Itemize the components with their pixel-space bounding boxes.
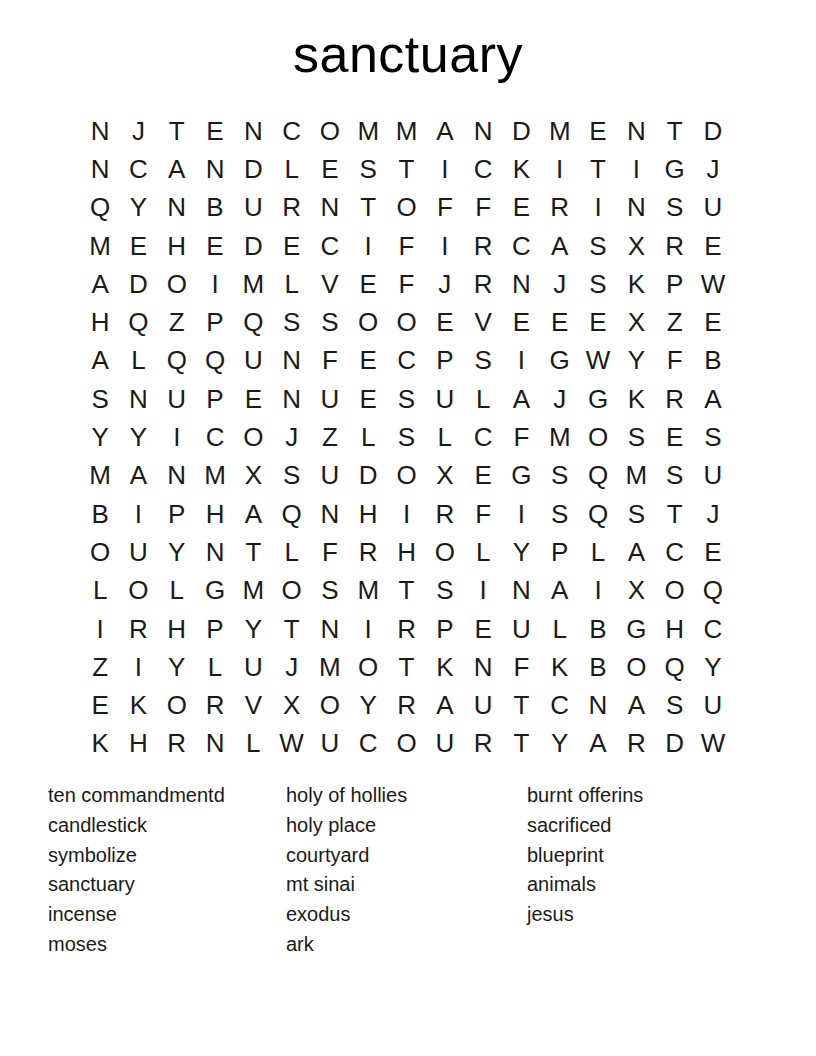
grid-cell[interactable]: J — [426, 265, 464, 303]
grid-cell[interactable]: E — [694, 533, 732, 571]
grid-cell[interactable]: H — [119, 725, 157, 763]
grid-cell[interactable]: S — [349, 150, 387, 188]
grid-cell[interactable]: G — [579, 380, 617, 418]
grid-cell[interactable]: T — [349, 189, 387, 227]
grid-cell[interactable]: M — [541, 112, 579, 150]
grid-cell[interactable]: Z — [158, 303, 196, 341]
grid-cell[interactable]: E — [196, 112, 234, 150]
grid-cell[interactable]: B — [196, 189, 234, 227]
grid-cell[interactable]: P — [196, 380, 234, 418]
grid-cell[interactable]: C — [502, 227, 540, 265]
word-list-column: burnt offerinssacrificedblueprintanimals… — [527, 781, 643, 930]
grid-cell[interactable]: Q — [196, 342, 234, 380]
grid-cell[interactable]: K — [541, 648, 579, 686]
grid-cell[interactable]: X — [617, 227, 655, 265]
grid-cell[interactable]: J — [272, 648, 310, 686]
grid-cell[interactable]: G — [655, 150, 693, 188]
grid-cell[interactable]: B — [579, 648, 617, 686]
grid-cell[interactable]: Y — [617, 342, 655, 380]
grid-cell[interactable]: Z — [311, 418, 349, 456]
grid-cell[interactable]: R — [464, 227, 502, 265]
grid-cell[interactable]: K — [502, 150, 540, 188]
grid-cell[interactable]: R — [426, 495, 464, 533]
grid-cell[interactable]: I — [426, 150, 464, 188]
grid-cell[interactable]: N — [196, 150, 234, 188]
grid-cell[interactable]: O — [349, 648, 387, 686]
grid-cell[interactable]: O — [158, 265, 196, 303]
grid-cell[interactable]: A — [541, 227, 579, 265]
grid-cell[interactable]: S — [272, 303, 310, 341]
grid-cell[interactable]: F — [426, 189, 464, 227]
grid-cell[interactable]: Z — [81, 648, 119, 686]
grid-cell[interactable]: T — [234, 533, 272, 571]
grid-cell[interactable]: S — [655, 189, 693, 227]
grid-cell[interactable]: A — [541, 572, 579, 610]
grid-cell[interactable]: I — [81, 610, 119, 648]
grid-cell[interactable]: N — [234, 112, 272, 150]
grid-cell[interactable]: T — [158, 112, 196, 150]
grid-cell[interactable]: P — [426, 342, 464, 380]
grid-cell[interactable]: M — [81, 227, 119, 265]
grid-cell[interactable]: I — [387, 495, 425, 533]
grid-cell[interactable]: E — [81, 686, 119, 724]
grid-cell[interactable]: S — [541, 457, 579, 495]
grid-cell[interactable]: U — [694, 189, 732, 227]
grid-cell[interactable]: U — [502, 610, 540, 648]
grid-cell[interactable]: N — [158, 457, 196, 495]
grid-cell[interactable]: U — [694, 686, 732, 724]
grid-cell[interactable]: O — [655, 572, 693, 610]
grid-cell[interactable]: O — [387, 303, 425, 341]
grid-cell[interactable]: D — [234, 150, 272, 188]
grid-cell[interactable]: J — [694, 495, 732, 533]
grid-cell[interactable]: L — [234, 725, 272, 763]
grid-cell[interactable]: S — [272, 457, 310, 495]
grid-cell[interactable]: H — [349, 495, 387, 533]
grid-cell[interactable]: Y — [119, 189, 157, 227]
grid-cell[interactable]: R — [655, 380, 693, 418]
grid-cell[interactable]: Q — [694, 572, 732, 610]
grid-cell[interactable]: X — [617, 303, 655, 341]
grid-cell[interactable]: L — [272, 265, 310, 303]
grid-cell[interactable]: U — [234, 342, 272, 380]
grid-cell[interactable]: Y — [119, 418, 157, 456]
grid-cell[interactable]: N — [311, 610, 349, 648]
grid-cell[interactable]: F — [311, 342, 349, 380]
word-list-column: ten commandmentdcandlesticksymbolizesanc… — [48, 781, 225, 960]
grid-cell[interactable]: A — [426, 686, 464, 724]
grid-cell[interactable]: L — [81, 572, 119, 610]
grid-cell[interactable]: M — [541, 418, 579, 456]
grid-cell[interactable]: O — [311, 686, 349, 724]
grid-cell[interactable]: U — [426, 725, 464, 763]
grid-cell[interactable]: U — [426, 380, 464, 418]
grid-cell[interactable]: T — [387, 150, 425, 188]
grid-cell[interactable]: Y — [694, 648, 732, 686]
grid-cell[interactable]: E — [464, 610, 502, 648]
grid-cell[interactable]: L — [426, 418, 464, 456]
grid-cell[interactable]: N — [119, 380, 157, 418]
grid-cell[interactable]: N — [464, 648, 502, 686]
grid-cell[interactable]: E — [119, 227, 157, 265]
grid-cell[interactable]: D — [234, 227, 272, 265]
grid-cell[interactable]: I — [196, 265, 234, 303]
word-list-item: jesus — [527, 900, 643, 930]
grid-cell[interactable]: Y — [158, 533, 196, 571]
grid-cell[interactable]: N — [579, 686, 617, 724]
grid-cell[interactable]: A — [81, 265, 119, 303]
grid-cell[interactable]: X — [617, 572, 655, 610]
grid-cell[interactable]: Y — [81, 418, 119, 456]
grid-cell[interactable]: O — [426, 533, 464, 571]
grid-cell[interactable]: W — [694, 265, 732, 303]
grid-cell[interactable]: P — [196, 303, 234, 341]
grid-cell[interactable]: A — [81, 342, 119, 380]
grid-cell[interactable]: R — [349, 533, 387, 571]
grid-cell[interactable]: B — [81, 495, 119, 533]
grid-cell[interactable]: C — [541, 686, 579, 724]
grid-cell[interactable]: A — [502, 380, 540, 418]
grid-cell[interactable]: A — [617, 686, 655, 724]
grid-cell[interactable]: N — [81, 112, 119, 150]
grid-cell[interactable]: T — [502, 725, 540, 763]
grid-cell[interactable]: H — [158, 610, 196, 648]
grid-cell[interactable]: S — [387, 380, 425, 418]
grid-cell[interactable]: Y — [234, 610, 272, 648]
grid-cell[interactable]: L — [579, 533, 617, 571]
grid-cell[interactable]: E — [694, 303, 732, 341]
grid-cell[interactable]: C — [272, 112, 310, 150]
grid-cell[interactable]: F — [464, 495, 502, 533]
grid-cell[interactable]: U — [158, 380, 196, 418]
grid-cell[interactable]: A — [579, 725, 617, 763]
grid-cell[interactable]: R — [655, 227, 693, 265]
grid-cell[interactable]: Y — [541, 725, 579, 763]
grid-cell[interactable]: A — [617, 533, 655, 571]
grid-cell[interactable]: R — [196, 686, 234, 724]
grid-cell[interactable]: G — [541, 342, 579, 380]
grid-cell[interactable]: E — [579, 112, 617, 150]
grid-cell[interactable]: C — [387, 342, 425, 380]
grid-cell[interactable]: L — [158, 572, 196, 610]
grid-cell[interactable]: S — [694, 418, 732, 456]
grid-cell[interactable]: S — [387, 418, 425, 456]
grid-cell[interactable]: J — [541, 380, 579, 418]
grid-cell[interactable]: S — [81, 380, 119, 418]
grid-cell[interactable]: N — [311, 189, 349, 227]
grid-cell[interactable]: I — [158, 418, 196, 456]
grid-cell[interactable]: R — [617, 725, 655, 763]
grid-cell[interactable]: Q — [158, 342, 196, 380]
grid-cell[interactable]: O — [119, 572, 157, 610]
grid-cell[interactable]: T — [387, 572, 425, 610]
grid-cell[interactable]: C — [311, 227, 349, 265]
grid-cell[interactable]: A — [694, 380, 732, 418]
grid-cell[interactable]: N — [464, 112, 502, 150]
grid-cell[interactable]: L — [464, 533, 502, 571]
grid-cell[interactable]: E — [272, 227, 310, 265]
grid-cell[interactable]: Z — [655, 303, 693, 341]
word-list-item: moses — [48, 930, 225, 960]
grid-cell[interactable]: J — [541, 265, 579, 303]
grid-cell[interactable]: F — [387, 265, 425, 303]
word-list-item: symbolize — [48, 841, 225, 871]
grid-cell[interactable]: I — [579, 572, 617, 610]
grid-cell[interactable]: T — [655, 495, 693, 533]
grid-cell[interactable]: D — [655, 725, 693, 763]
grid-cell[interactable]: S — [311, 303, 349, 341]
grid-cell[interactable]: I — [426, 227, 464, 265]
grid-cell[interactable]: K — [426, 648, 464, 686]
grid-cell[interactable]: W — [272, 725, 310, 763]
grid-cell[interactable]: J — [119, 112, 157, 150]
grid-cell[interactable]: E — [464, 457, 502, 495]
grid-cell[interactable]: O — [272, 572, 310, 610]
grid-cell[interactable]: P — [655, 265, 693, 303]
grid-cell[interactable]: R — [387, 610, 425, 648]
grid-cell[interactable]: V — [234, 686, 272, 724]
grid-cell[interactable]: E — [349, 265, 387, 303]
grid-cell[interactable]: S — [464, 342, 502, 380]
grid-cell[interactable]: C — [655, 533, 693, 571]
grid-cell[interactable]: O — [311, 112, 349, 150]
grid-cell[interactable]: I — [502, 495, 540, 533]
grid-cell[interactable]: E — [655, 418, 693, 456]
grid-cell[interactable]: I — [349, 227, 387, 265]
grid-cell[interactable]: I — [119, 495, 157, 533]
grid-cell[interactable]: N — [502, 265, 540, 303]
grid-cell[interactable]: O — [579, 418, 617, 456]
grid-cell[interactable]: E — [234, 380, 272, 418]
grid-cell[interactable]: O — [387, 189, 425, 227]
word-list-item: holy place — [286, 811, 407, 841]
grid-cell[interactable]: E — [694, 227, 732, 265]
grid-cell[interactable]: J — [694, 150, 732, 188]
grid-cell[interactable]: I — [349, 610, 387, 648]
grid-cell[interactable]: S — [579, 265, 617, 303]
grid-cell[interactable]: A — [119, 457, 157, 495]
grid-cell[interactable]: B — [694, 342, 732, 380]
grid-cell[interactable]: U — [694, 457, 732, 495]
grid-cell[interactable]: N — [272, 380, 310, 418]
grid-cell[interactable]: E — [579, 303, 617, 341]
grid-cell[interactable]: Y — [349, 686, 387, 724]
word-list-column: holy of holliesholy placecourtyardmt sin… — [286, 781, 407, 960]
grid-cell[interactable]: J — [272, 418, 310, 456]
grid-cell[interactable]: L — [119, 342, 157, 380]
grid-cell[interactable]: G — [617, 610, 655, 648]
grid-cell[interactable]: K — [617, 265, 655, 303]
grid-cell[interactable]: R — [541, 189, 579, 227]
grid-cell[interactable]: C — [464, 150, 502, 188]
grid-cell[interactable]: S — [426, 572, 464, 610]
grid-cell[interactable]: N — [81, 150, 119, 188]
grid-cell[interactable]: H — [158, 227, 196, 265]
grid-cell[interactable]: L — [196, 648, 234, 686]
grid-cell[interactable]: X — [234, 457, 272, 495]
grid-cell[interactable]: S — [311, 572, 349, 610]
grid-cell[interactable]: U — [464, 686, 502, 724]
grid-cell[interactable]: R — [464, 265, 502, 303]
grid-cell[interactable]: M — [196, 457, 234, 495]
grid-cell[interactable]: M — [234, 572, 272, 610]
grid-cell[interactable]: D — [694, 112, 732, 150]
grid-cell[interactable]: N — [502, 572, 540, 610]
grid-cell[interactable]: G — [196, 572, 234, 610]
grid-cell[interactable]: Q — [119, 303, 157, 341]
grid-cell[interactable]: F — [655, 342, 693, 380]
grid-cell[interactable]: H — [387, 533, 425, 571]
grid-cell[interactable]: I — [541, 150, 579, 188]
grid-cell[interactable]: E — [426, 303, 464, 341]
grid-cell[interactable]: Y — [158, 648, 196, 686]
grid-cell[interactable]: O — [158, 686, 196, 724]
grid-cell[interactable]: U — [234, 189, 272, 227]
grid-cell[interactable]: C — [349, 725, 387, 763]
grid-cell[interactable]: T — [502, 686, 540, 724]
grid-cell[interactable]: C — [464, 418, 502, 456]
grid-cell[interactable]: C — [119, 150, 157, 188]
grid-cell[interactable]: U — [234, 648, 272, 686]
grid-cell[interactable]: R — [158, 725, 196, 763]
grid-cell[interactable]: I — [464, 572, 502, 610]
grid-cell[interactable]: L — [272, 150, 310, 188]
grid-cell[interactable]: D — [119, 265, 157, 303]
grid-cell[interactable]: E — [349, 380, 387, 418]
grid-cell[interactable]: U — [311, 380, 349, 418]
grid-cell[interactable]: C — [694, 610, 732, 648]
grid-cell[interactable]: K — [617, 380, 655, 418]
grid-cell[interactable]: S — [655, 686, 693, 724]
grid-cell[interactable]: Q — [272, 495, 310, 533]
grid-cell[interactable]: L — [272, 533, 310, 571]
grid-cell[interactable]: F — [502, 418, 540, 456]
grid-cell[interactable]: P — [196, 610, 234, 648]
grid-cell[interactable]: O — [349, 303, 387, 341]
grid-cell[interactable]: E — [311, 150, 349, 188]
grid-cell[interactable]: F — [464, 189, 502, 227]
grid-cell[interactable]: U — [311, 725, 349, 763]
grid-cell[interactable]: N — [196, 533, 234, 571]
grid-cell[interactable]: S — [541, 495, 579, 533]
grid-cell[interactable]: L — [541, 610, 579, 648]
grid-cell[interactable]: B — [579, 610, 617, 648]
word-list-item: blueprint — [527, 841, 643, 871]
grid-cell[interactable]: M — [387, 112, 425, 150]
grid-cell[interactable]: F — [387, 227, 425, 265]
grid-cell[interactable]: D — [502, 112, 540, 150]
grid-cell[interactable]: H — [196, 495, 234, 533]
grid-cell[interactable]: E — [502, 189, 540, 227]
grid-cell[interactable]: E — [349, 342, 387, 380]
grid-cell[interactable]: M — [349, 572, 387, 610]
grid-cell[interactable]: P — [158, 495, 196, 533]
grid-cell[interactable]: O — [81, 533, 119, 571]
grid-cell[interactable]: Q — [81, 189, 119, 227]
grid-cell[interactable]: W — [579, 342, 617, 380]
grid-cell[interactable]: Q — [234, 303, 272, 341]
word-list-item: ten commandmentd — [48, 781, 225, 811]
grid-cell[interactable]: H — [81, 303, 119, 341]
grid-cell[interactable]: I — [617, 150, 655, 188]
grid-cell[interactable]: P — [426, 610, 464, 648]
grid-cell[interactable]: E — [196, 227, 234, 265]
grid-cell[interactable]: X — [272, 686, 310, 724]
grid-cell[interactable]: T — [579, 150, 617, 188]
grid-cell[interactable]: G — [502, 457, 540, 495]
worksheet-page: sanctuary NJTENCOMMANDMENTDNCANDLESTICKI… — [0, 0, 816, 1056]
grid-cell[interactable]: E — [541, 303, 579, 341]
word-list-item: ark — [286, 930, 407, 960]
grid-cell[interactable]: U — [311, 457, 349, 495]
grid-cell[interactable]: M — [617, 457, 655, 495]
grid-cell[interactable]: E — [502, 303, 540, 341]
grid-cell[interactable]: N — [617, 112, 655, 150]
grid-cell[interactable]: V — [464, 303, 502, 341]
grid-cell[interactable]: O — [387, 457, 425, 495]
grid-cell[interactable]: S — [617, 418, 655, 456]
grid-cell[interactable]: S — [579, 227, 617, 265]
grid-cell[interactable]: Q — [579, 457, 617, 495]
grid-cell[interactable]: Y — [502, 533, 540, 571]
grid-cell[interactable]: X — [426, 457, 464, 495]
grid-cell[interactable]: N — [158, 189, 196, 227]
grid-cell[interactable]: A — [234, 495, 272, 533]
grid-cell[interactable]: L — [349, 418, 387, 456]
grid-cell[interactable]: A — [158, 150, 196, 188]
grid-cell[interactable]: T — [655, 112, 693, 150]
grid-cell[interactable]: V — [311, 265, 349, 303]
grid-cell[interactable]: F — [502, 648, 540, 686]
grid-cell[interactable]: N — [272, 342, 310, 380]
grid-cell[interactable]: Q — [579, 495, 617, 533]
grid-cell[interactable]: R — [119, 610, 157, 648]
grid-cell[interactable]: M — [349, 112, 387, 150]
grid-cell[interactable]: U — [119, 533, 157, 571]
grid-cell[interactable]: I — [502, 342, 540, 380]
grid-cell[interactable]: O — [617, 648, 655, 686]
grid-cell[interactable]: S — [617, 495, 655, 533]
grid-cell[interactable]: P — [541, 533, 579, 571]
grid-cell[interactable]: D — [349, 457, 387, 495]
grid-cell[interactable]: O — [234, 418, 272, 456]
grid-cell[interactable]: N — [196, 725, 234, 763]
grid-cell[interactable]: O — [387, 725, 425, 763]
grid-cell[interactable]: T — [387, 648, 425, 686]
grid-cell[interactable]: L — [464, 380, 502, 418]
grid-cell[interactable]: A — [426, 112, 464, 150]
grid-cell[interactable]: I — [579, 189, 617, 227]
grid-cell[interactable]: M — [311, 648, 349, 686]
grid-cell[interactable]: R — [464, 725, 502, 763]
grid-cell[interactable]: M — [81, 457, 119, 495]
grid-cell[interactable]: R — [387, 686, 425, 724]
grid-cell[interactable]: Q — [655, 648, 693, 686]
grid-cell[interactable]: R — [272, 189, 310, 227]
grid-cell[interactable]: N — [617, 189, 655, 227]
grid-cell[interactable]: F — [311, 533, 349, 571]
grid-cell[interactable]: K — [81, 725, 119, 763]
grid-cell[interactable]: N — [311, 495, 349, 533]
grid-cell[interactable]: C — [196, 418, 234, 456]
grid-cell[interactable]: S — [655, 457, 693, 495]
grid-cell[interactable]: I — [119, 648, 157, 686]
grid-cell[interactable]: W — [694, 725, 732, 763]
grid-cell[interactable]: T — [272, 610, 310, 648]
grid-cell[interactable]: K — [119, 686, 157, 724]
grid-cell[interactable]: M — [234, 265, 272, 303]
grid-cell[interactable]: H — [655, 610, 693, 648]
